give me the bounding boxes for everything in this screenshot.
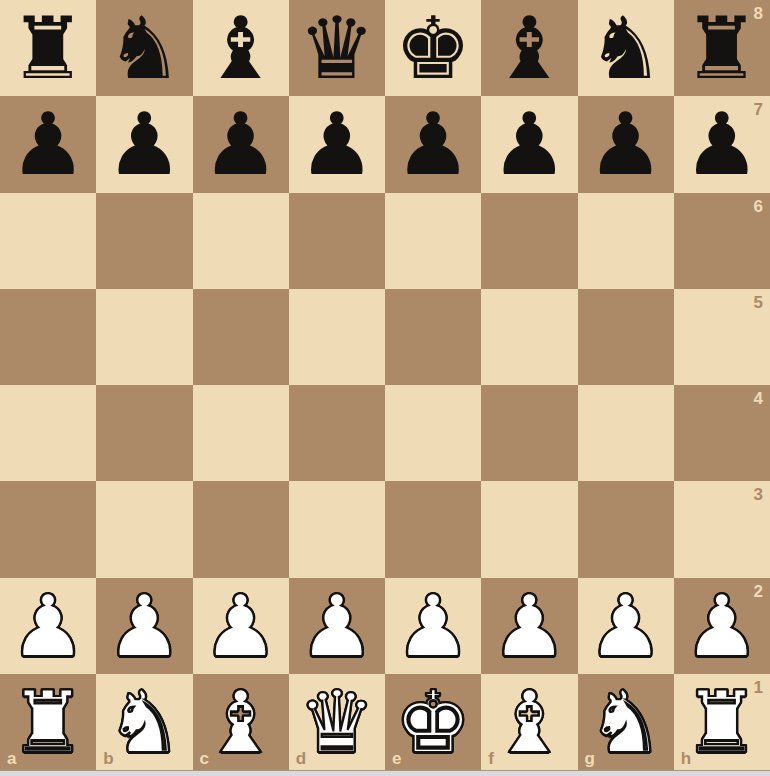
- square-c8[interactable]: ♝: [193, 0, 289, 96]
- square-g3[interactable]: [578, 481, 674, 577]
- square-e4[interactable]: [385, 385, 481, 481]
- square-a7[interactable]: ♟: [0, 96, 96, 192]
- square-f5[interactable]: [481, 289, 577, 385]
- square-d2[interactable]: ♟: [289, 578, 385, 674]
- square-a5[interactable]: [0, 289, 96, 385]
- piece-black-pawn-e7[interactable]: ♟: [395, 96, 472, 192]
- square-f6[interactable]: [481, 193, 577, 289]
- piece-white-pawn-g2[interactable]: ♟: [587, 578, 664, 674]
- file-label-b: b: [103, 750, 113, 767]
- piece-white-pawn-f2[interactable]: ♟: [491, 578, 568, 674]
- piece-white-pawn-a2[interactable]: ♟: [10, 578, 87, 674]
- piece-black-knight-g8[interactable]: ♞: [587, 0, 664, 96]
- file-label-c: c: [200, 750, 209, 767]
- square-f7[interactable]: ♟: [481, 96, 577, 192]
- rank-label-1: 1: [754, 679, 763, 696]
- square-e1[interactable]: ♚e: [385, 674, 481, 770]
- square-d5[interactable]: [289, 289, 385, 385]
- piece-white-rook-a1[interactable]: ♜: [10, 674, 87, 770]
- square-g1[interactable]: ♞g: [578, 674, 674, 770]
- rank-label-7: 7: [754, 101, 763, 118]
- square-c5[interactable]: [193, 289, 289, 385]
- piece-white-bishop-c1[interactable]: ♝: [202, 674, 279, 770]
- square-b6[interactable]: [96, 193, 192, 289]
- chess-board[interactable]: ♜♞♝♛♚♝♞♜8♟♟♟♟♟♟♟♟76543♟♟♟♟♟♟♟♟2♜a♞b♝c♛d♚…: [0, 0, 770, 770]
- piece-black-rook-h8[interactable]: ♜: [683, 0, 760, 96]
- piece-white-king-e1[interactable]: ♚: [395, 674, 472, 770]
- piece-white-queen-d1[interactable]: ♛: [298, 674, 375, 770]
- piece-white-knight-b1[interactable]: ♞: [106, 674, 183, 770]
- square-g4[interactable]: [578, 385, 674, 481]
- square-a8[interactable]: ♜: [0, 0, 96, 96]
- square-d8[interactable]: ♛: [289, 0, 385, 96]
- square-e8[interactable]: ♚: [385, 0, 481, 96]
- square-e6[interactable]: [385, 193, 481, 289]
- square-g7[interactable]: ♟: [578, 96, 674, 192]
- piece-black-bishop-f8[interactable]: ♝: [491, 0, 568, 96]
- piece-black-pawn-b7[interactable]: ♟: [106, 96, 183, 192]
- rank-label-2: 2: [754, 583, 763, 600]
- piece-black-pawn-f7[interactable]: ♟: [491, 96, 568, 192]
- square-c4[interactable]: [193, 385, 289, 481]
- square-h4[interactable]: 4: [674, 385, 770, 481]
- square-f3[interactable]: [481, 481, 577, 577]
- file-label-e: e: [392, 750, 401, 767]
- square-a3[interactable]: [0, 481, 96, 577]
- piece-white-pawn-b2[interactable]: ♟: [106, 578, 183, 674]
- square-a6[interactable]: [0, 193, 96, 289]
- square-c1[interactable]: ♝c: [193, 674, 289, 770]
- square-e3[interactable]: [385, 481, 481, 577]
- square-e7[interactable]: ♟: [385, 96, 481, 192]
- file-label-a: a: [7, 750, 16, 767]
- square-h2[interactable]: ♟2: [674, 578, 770, 674]
- piece-white-bishop-f1[interactable]: ♝: [491, 674, 568, 770]
- piece-black-rook-a8[interactable]: ♜: [10, 0, 87, 96]
- piece-white-pawn-h2[interactable]: ♟: [683, 578, 760, 674]
- square-h7[interactable]: ♟7: [674, 96, 770, 192]
- square-f4[interactable]: [481, 385, 577, 481]
- piece-black-pawn-h7[interactable]: ♟: [683, 96, 760, 192]
- square-h3[interactable]: 3: [674, 481, 770, 577]
- piece-black-queen-d8[interactable]: ♛: [298, 0, 375, 96]
- square-g2[interactable]: ♟: [578, 578, 674, 674]
- square-c6[interactable]: [193, 193, 289, 289]
- file-label-d: d: [296, 750, 306, 767]
- square-d7[interactable]: ♟: [289, 96, 385, 192]
- file-label-h: h: [681, 750, 691, 767]
- square-d3[interactable]: [289, 481, 385, 577]
- square-c2[interactable]: ♟: [193, 578, 289, 674]
- square-a2[interactable]: ♟: [0, 578, 96, 674]
- file-label-g: g: [585, 750, 595, 767]
- square-b1[interactable]: ♞b: [96, 674, 192, 770]
- piece-white-pawn-d2[interactable]: ♟: [298, 578, 375, 674]
- rank-label-6: 6: [754, 198, 763, 215]
- square-d1[interactable]: ♛d: [289, 674, 385, 770]
- square-h6[interactable]: 6: [674, 193, 770, 289]
- piece-black-pawn-a7[interactable]: ♟: [10, 96, 87, 192]
- square-b5[interactable]: [96, 289, 192, 385]
- piece-white-rook-h1[interactable]: ♜: [683, 674, 760, 770]
- square-b2[interactable]: ♟: [96, 578, 192, 674]
- piece-white-pawn-c2[interactable]: ♟: [202, 578, 279, 674]
- piece-black-pawn-g7[interactable]: ♟: [587, 96, 664, 192]
- piece-black-knight-b8[interactable]: ♞: [106, 0, 183, 96]
- file-label-f: f: [488, 750, 494, 767]
- square-h5[interactable]: 5: [674, 289, 770, 385]
- square-e2[interactable]: ♟: [385, 578, 481, 674]
- piece-black-bishop-c8[interactable]: ♝: [202, 0, 279, 96]
- square-f8[interactable]: ♝: [481, 0, 577, 96]
- square-e5[interactable]: [385, 289, 481, 385]
- square-a1[interactable]: ♜a: [0, 674, 96, 770]
- piece-black-pawn-d7[interactable]: ♟: [298, 96, 375, 192]
- piece-white-pawn-e2[interactable]: ♟: [395, 578, 472, 674]
- square-h1[interactable]: ♜1h: [674, 674, 770, 770]
- square-c7[interactable]: ♟: [193, 96, 289, 192]
- square-f1[interactable]: ♝f: [481, 674, 577, 770]
- square-f2[interactable]: ♟: [481, 578, 577, 674]
- square-b3[interactable]: [96, 481, 192, 577]
- square-h8[interactable]: ♜8: [674, 0, 770, 96]
- piece-white-knight-g1[interactable]: ♞: [587, 674, 664, 770]
- square-b4[interactable]: [96, 385, 192, 481]
- piece-black-king-e8[interactable]: ♚: [395, 0, 472, 96]
- square-b7[interactable]: ♟: [96, 96, 192, 192]
- square-c3[interactable]: [193, 481, 289, 577]
- square-a4[interactable]: [0, 385, 96, 481]
- rank-label-3: 3: [754, 486, 763, 503]
- rank-label-4: 4: [754, 390, 763, 407]
- piece-black-pawn-c7[interactable]: ♟: [202, 96, 279, 192]
- square-b8[interactable]: ♞: [96, 0, 192, 96]
- square-g8[interactable]: ♞: [578, 0, 674, 96]
- rank-label-5: 5: [754, 294, 763, 311]
- square-g6[interactable]: [578, 193, 674, 289]
- square-d4[interactable]: [289, 385, 385, 481]
- square-g5[interactable]: [578, 289, 674, 385]
- square-d6[interactable]: [289, 193, 385, 289]
- rank-label-8: 8: [754, 5, 763, 22]
